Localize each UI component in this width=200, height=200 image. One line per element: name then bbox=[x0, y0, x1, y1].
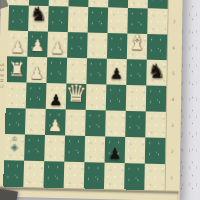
board-photo: CHESS ♞♟♟♟♝♜♟♟♞♟♛♟♔◈♟ 87654321 bbox=[0, 0, 200, 200]
square-b5[interactable]: ♟ bbox=[26, 57, 47, 83]
piece-black-knight-b7[interactable]: ♞ bbox=[29, 4, 47, 24]
square-h1[interactable] bbox=[144, 164, 165, 191]
square-d7[interactable] bbox=[68, 7, 88, 33]
square-c3[interactable]: ♟ bbox=[45, 109, 66, 136]
square-d3[interactable] bbox=[65, 109, 86, 136]
square-b2[interactable] bbox=[24, 134, 45, 161]
rank-label-2: 2 bbox=[168, 149, 176, 154]
square-b4[interactable] bbox=[26, 83, 47, 109]
square-c5[interactable] bbox=[46, 57, 67, 83]
photo-corner-shadow-bottom-left bbox=[0, 189, 18, 200]
square-c4[interactable]: ♟ bbox=[46, 83, 67, 109]
square-e1[interactable] bbox=[84, 162, 105, 189]
square-f5[interactable]: ♟ bbox=[106, 59, 127, 85]
square-h5[interactable]: ♞ bbox=[146, 60, 166, 86]
square-c7[interactable] bbox=[48, 6, 69, 32]
square-h4[interactable] bbox=[146, 85, 166, 111]
square-c1[interactable] bbox=[43, 161, 64, 188]
chess-board: CHESS ♞♟♟♟♝♜♟♟♞♟♛♟♔◈♟ 87654321 bbox=[0, 0, 182, 200]
square-g3[interactable] bbox=[125, 111, 146, 138]
piece-black-pawn-f2[interactable]: ♟ bbox=[108, 147, 122, 162]
rank-label-5: 5 bbox=[169, 71, 177, 76]
piece-black-pawn-f5[interactable]: ♟ bbox=[110, 67, 124, 82]
square-b7[interactable]: ♞ bbox=[28, 6, 49, 32]
square-a2[interactable]: ♔◈ bbox=[4, 134, 25, 161]
rank-label-4: 4 bbox=[169, 97, 177, 102]
square-f4[interactable] bbox=[106, 84, 127, 110]
square-c2[interactable] bbox=[44, 135, 65, 162]
rank-label-1: 1 bbox=[168, 175, 176, 180]
square-e3[interactable] bbox=[85, 110, 106, 137]
piece-black-pawn-c4[interactable]: ♟ bbox=[49, 93, 63, 108]
square-f1[interactable] bbox=[104, 163, 125, 190]
square-d2[interactable] bbox=[64, 135, 85, 162]
piece-white-pawn-c6[interactable]: ♟ bbox=[50, 41, 65, 57]
square-e4[interactable] bbox=[86, 84, 107, 110]
square-h2[interactable] bbox=[145, 137, 166, 164]
square-h6[interactable] bbox=[147, 34, 167, 60]
piece-white-pawn-c3[interactable]: ♟ bbox=[48, 118, 63, 134]
rank-label-3: 3 bbox=[169, 123, 177, 128]
square-a3[interactable] bbox=[5, 108, 26, 135]
square-a4[interactable] bbox=[6, 82, 27, 108]
square-e7[interactable] bbox=[88, 7, 108, 33]
square-g1[interactable] bbox=[124, 163, 145, 190]
square-g2[interactable] bbox=[125, 137, 146, 164]
square-a7[interactable] bbox=[8, 5, 29, 31]
square-b1[interactable] bbox=[23, 161, 44, 188]
square-f2[interactable]: ♟ bbox=[105, 136, 126, 163]
square-e6[interactable] bbox=[87, 33, 107, 59]
board-squares: ♞♟♟♟♝♜♟♟♞♟♛♟♔◈♟ bbox=[3, 0, 168, 190]
rank-label-7: 7 bbox=[170, 20, 178, 25]
piece-white-bishop-g6[interactable]: ♝ bbox=[128, 33, 147, 54]
square-g5[interactable] bbox=[126, 59, 146, 85]
square-g4[interactable] bbox=[126, 85, 147, 111]
square-b3[interactable] bbox=[25, 108, 46, 135]
square-f6[interactable] bbox=[107, 33, 127, 59]
square-a5[interactable]: ♜ bbox=[7, 56, 28, 82]
piece-black-knight-h5[interactable]: ♞ bbox=[147, 61, 165, 81]
board-corner-emblem: ♔◈ bbox=[7, 137, 21, 151]
square-e2[interactable] bbox=[84, 136, 105, 163]
square-d6[interactable] bbox=[67, 32, 88, 58]
square-f7[interactable] bbox=[108, 8, 128, 34]
square-d1[interactable] bbox=[64, 162, 85, 189]
square-a1[interactable] bbox=[3, 160, 24, 187]
square-e5[interactable] bbox=[86, 58, 107, 84]
square-h7[interactable] bbox=[147, 8, 167, 34]
rank-label-6: 6 bbox=[170, 45, 178, 50]
piece-white-pawn-a6[interactable]: ♟ bbox=[10, 40, 25, 56]
piece-white-rook-a5[interactable]: ♜ bbox=[8, 60, 26, 79]
square-b6[interactable]: ♟ bbox=[27, 31, 48, 57]
square-f3[interactable] bbox=[105, 110, 126, 137]
square-d4[interactable]: ♛ bbox=[66, 84, 87, 110]
square-c6[interactable]: ♟ bbox=[47, 32, 68, 58]
square-a6[interactable]: ♟ bbox=[7, 31, 28, 57]
piece-white-pawn-b5[interactable]: ♟ bbox=[29, 66, 44, 82]
piece-white-pawn-b6[interactable]: ♟ bbox=[30, 38, 45, 54]
square-h3[interactable] bbox=[145, 111, 166, 138]
square-g6[interactable]: ♝ bbox=[127, 34, 147, 60]
piece-white-queen-d4[interactable]: ♛ bbox=[65, 82, 87, 106]
